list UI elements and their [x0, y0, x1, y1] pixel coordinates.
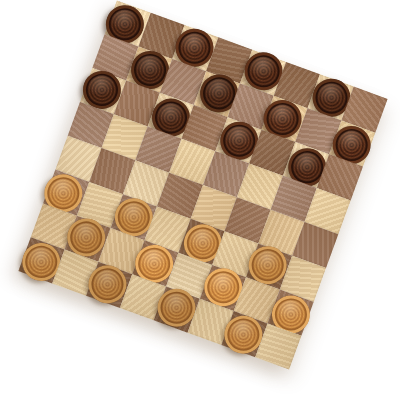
checkers-board: [18, 0, 387, 369]
photo-background: [0, 0, 400, 394]
